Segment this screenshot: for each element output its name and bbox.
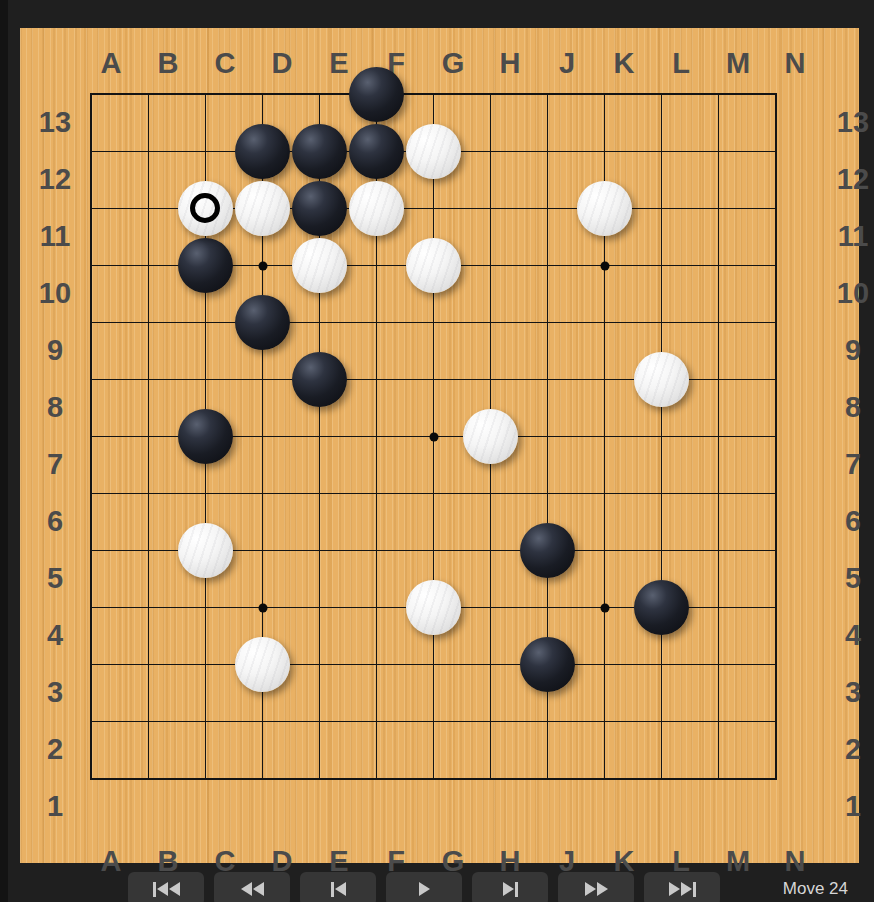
row-label-right-9: 9 xyxy=(826,322,874,379)
row-labels-right: 13121110987654321 xyxy=(826,94,874,835)
stone-black-J3 xyxy=(520,637,575,692)
stone-white-K11 xyxy=(577,181,632,236)
step-backward-button[interactable] xyxy=(300,872,376,902)
stone-black-E11 xyxy=(292,181,347,236)
row-label-right-11: 11 xyxy=(826,208,874,265)
row-label-right-12: 12 xyxy=(826,151,874,208)
row-label-right-7: 7 xyxy=(826,436,874,493)
stone-black-D9 xyxy=(235,295,290,350)
row-label-right-2: 2 xyxy=(826,721,874,778)
stones-layer xyxy=(63,66,804,807)
stone-white-C11 xyxy=(178,181,233,236)
stone-white-G10 xyxy=(406,238,461,293)
stone-white-D3 xyxy=(235,637,290,692)
stone-white-H7 xyxy=(463,409,518,464)
stone-black-E8 xyxy=(292,352,347,407)
fast-forward-icon xyxy=(585,882,608,896)
stone-black-C7 xyxy=(178,409,233,464)
previous-move-icon xyxy=(331,882,346,897)
stone-black-J5 xyxy=(520,523,575,578)
stone-black-C10 xyxy=(178,238,233,293)
next-move-icon xyxy=(503,882,518,897)
move-number-label: Move 24 xyxy=(783,874,848,902)
fast-forward-button[interactable] xyxy=(558,872,634,902)
row-label-right-8: 8 xyxy=(826,379,874,436)
stone-black-F12 xyxy=(349,124,404,179)
window-edge xyxy=(0,0,8,902)
stone-white-C5 xyxy=(178,523,233,578)
stone-white-G12 xyxy=(406,124,461,179)
stone-black-F13 xyxy=(349,67,404,122)
rewind-icon xyxy=(241,882,264,896)
row-label-right-6: 6 xyxy=(826,493,874,550)
play-button[interactable] xyxy=(386,872,462,902)
fast-backward-button[interactable] xyxy=(214,872,290,902)
row-label-right-1: 1 xyxy=(826,778,874,835)
row-label-right-10: 10 xyxy=(826,265,874,322)
go-app-window: ABCDEFGHJKLMN ABCDEFGHJKLMN 131211109876… xyxy=(0,0,874,902)
row-label-right-4: 4 xyxy=(826,607,874,664)
step-forward-button[interactable] xyxy=(472,872,548,902)
row-label-right-13: 13 xyxy=(826,94,874,151)
stone-white-L8 xyxy=(634,352,689,407)
play-icon xyxy=(419,882,430,896)
skip-to-start-icon xyxy=(153,882,180,897)
stone-white-G4 xyxy=(406,580,461,635)
skip-to-end-icon xyxy=(669,882,696,897)
go-to-last-move-button[interactable] xyxy=(644,872,720,902)
stone-black-L4 xyxy=(634,580,689,635)
stone-black-D12 xyxy=(235,124,290,179)
stone-white-F11 xyxy=(349,181,404,236)
stone-white-E10 xyxy=(292,238,347,293)
stone-black-E12 xyxy=(292,124,347,179)
go-to-first-move-button[interactable] xyxy=(128,872,204,902)
stone-white-D11 xyxy=(235,181,290,236)
playback-controls xyxy=(128,872,720,902)
row-label-right-3: 3 xyxy=(826,664,874,721)
row-label-right-5: 5 xyxy=(826,550,874,607)
last-move-marker xyxy=(190,193,220,223)
